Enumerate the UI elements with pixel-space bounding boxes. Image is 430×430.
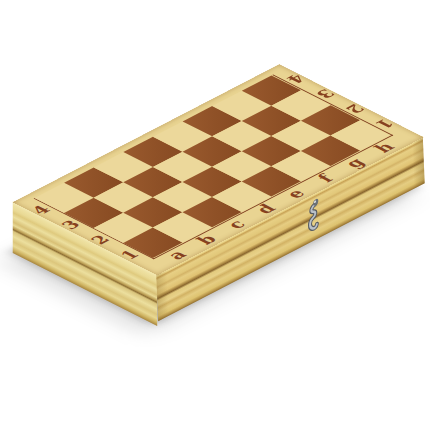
chess-box-product-photo: 4321 4321 abcdefgh <box>0 0 430 430</box>
latch-hook-icon <box>303 194 323 244</box>
file-label-c: c <box>224 218 249 231</box>
file-label-b: b <box>194 233 221 247</box>
file-label-h: h <box>371 141 398 155</box>
file-label-e: e <box>283 187 309 200</box>
latch-hook <box>303 194 323 244</box>
file-label-g: g <box>342 156 369 170</box>
file-label-d: d <box>253 202 280 216</box>
file-label-f: f <box>314 173 336 184</box>
file-label-a: a <box>164 248 190 261</box>
